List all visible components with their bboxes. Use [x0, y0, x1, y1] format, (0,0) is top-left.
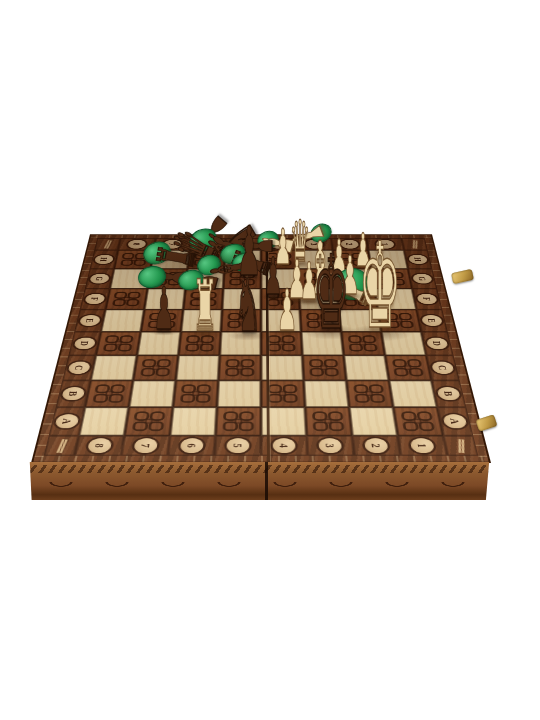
piece-shadow — [347, 325, 413, 342]
product-photo-chess-set: ∥87654321∥HHGGFFEEDDCCBBAA∥87654321∥ ♟♜♞… — [0, 0, 540, 720]
piece-shadow — [230, 273, 268, 283]
piece-shadow — [185, 329, 224, 339]
piece-shadow — [148, 328, 181, 336]
piece-shadow — [228, 330, 269, 341]
piece-shadow — [269, 263, 296, 270]
green-felt-base — [307, 220, 335, 246]
piece-shadow — [271, 329, 303, 337]
pieces-layer: ♟♜♞♟♚♚♟♟♟♝♟♟♟♟♛♟♛♜♝♟♟♝♜♞♟♟♟♝♟♜ — [0, 0, 540, 720]
green-felt-base — [255, 228, 282, 252]
